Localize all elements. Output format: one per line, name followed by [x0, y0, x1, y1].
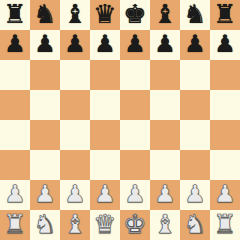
square-f6[interactable]: [150, 60, 180, 90]
square-d6[interactable]: [90, 60, 120, 90]
square-b1[interactable]: ♞: [30, 210, 60, 240]
white-pawn: ♟: [214, 182, 236, 206]
square-e7[interactable]: ♟: [120, 30, 150, 60]
square-c8[interactable]: ♝: [60, 0, 90, 30]
black-knight: ♞: [33, 1, 56, 27]
square-a1[interactable]: ♜: [0, 210, 30, 240]
square-g6[interactable]: [180, 60, 210, 90]
black-rook: ♜: [3, 1, 26, 27]
square-d2[interactable]: ♟: [90, 180, 120, 210]
white-pawn: ♟: [154, 182, 176, 206]
square-a5[interactable]: [0, 90, 30, 120]
black-pawn: ♟: [64, 32, 86, 56]
black-pawn: ♟: [94, 32, 116, 56]
square-d8[interactable]: ♛: [90, 0, 120, 30]
square-b6[interactable]: [30, 60, 60, 90]
square-a3[interactable]: [0, 150, 30, 180]
black-pawn: ♟: [34, 32, 56, 56]
black-pawn: ♟: [154, 32, 176, 56]
square-b7[interactable]: ♟: [30, 30, 60, 60]
white-knight: ♞: [33, 211, 56, 237]
square-e2[interactable]: ♟: [120, 180, 150, 210]
square-g5[interactable]: [180, 90, 210, 120]
black-pawn: ♟: [4, 32, 26, 56]
square-g8[interactable]: ♞: [180, 0, 210, 30]
white-knight: ♞: [183, 211, 206, 237]
square-g1[interactable]: ♞: [180, 210, 210, 240]
white-king: ♚: [123, 211, 146, 237]
square-h2[interactable]: ♟: [210, 180, 240, 210]
square-a6[interactable]: [0, 60, 30, 90]
square-f8[interactable]: ♝: [150, 0, 180, 30]
square-f1[interactable]: ♝: [150, 210, 180, 240]
square-e1[interactable]: ♚: [120, 210, 150, 240]
square-e4[interactable]: [120, 120, 150, 150]
black-knight: ♞: [183, 1, 206, 27]
square-c4[interactable]: [60, 120, 90, 150]
square-h5[interactable]: [210, 90, 240, 120]
black-pawn: ♟: [214, 32, 236, 56]
square-e5[interactable]: [120, 90, 150, 120]
square-h8[interactable]: ♜: [210, 0, 240, 30]
square-c7[interactable]: ♟: [60, 30, 90, 60]
white-pawn: ♟: [34, 182, 56, 206]
square-f3[interactable]: [150, 150, 180, 180]
square-b2[interactable]: ♟: [30, 180, 60, 210]
square-f4[interactable]: [150, 120, 180, 150]
square-h6[interactable]: [210, 60, 240, 90]
square-f2[interactable]: ♟: [150, 180, 180, 210]
square-d4[interactable]: [90, 120, 120, 150]
square-c2[interactable]: ♟: [60, 180, 90, 210]
white-pawn: ♟: [94, 182, 116, 206]
white-bishop: ♝: [63, 211, 86, 237]
white-rook: ♜: [3, 211, 26, 237]
square-d3[interactable]: [90, 150, 120, 180]
black-bishop: ♝: [153, 1, 176, 27]
square-a7[interactable]: ♟: [0, 30, 30, 60]
square-g4[interactable]: [180, 120, 210, 150]
square-a2[interactable]: ♟: [0, 180, 30, 210]
square-a4[interactable]: [0, 120, 30, 150]
square-d1[interactable]: ♛: [90, 210, 120, 240]
white-rook: ♜: [213, 211, 236, 237]
black-queen: ♛: [93, 1, 116, 27]
square-c6[interactable]: [60, 60, 90, 90]
square-d7[interactable]: ♟: [90, 30, 120, 60]
chess-board: ♜♞♝♛♚♝♞♜♟♟♟♟♟♟♟♟♟♟♟♟♟♟♟♟♜♞♝♛♚♝♞♜: [0, 0, 240, 240]
black-rook: ♜: [213, 1, 236, 27]
square-g7[interactable]: ♟: [180, 30, 210, 60]
black-pawn: ♟: [124, 32, 146, 56]
white-pawn: ♟: [64, 182, 86, 206]
black-bishop: ♝: [63, 1, 86, 27]
square-e8[interactable]: ♚: [120, 0, 150, 30]
square-f7[interactable]: ♟: [150, 30, 180, 60]
white-pawn: ♟: [4, 182, 26, 206]
square-b3[interactable]: [30, 150, 60, 180]
square-g3[interactable]: [180, 150, 210, 180]
square-h7[interactable]: ♟: [210, 30, 240, 60]
square-h1[interactable]: ♜: [210, 210, 240, 240]
square-h4[interactable]: [210, 120, 240, 150]
white-pawn: ♟: [124, 182, 146, 206]
black-pawn: ♟: [184, 32, 206, 56]
black-king: ♚: [123, 1, 146, 27]
square-e6[interactable]: [120, 60, 150, 90]
square-b4[interactable]: [30, 120, 60, 150]
square-g2[interactable]: ♟: [180, 180, 210, 210]
white-queen: ♛: [93, 211, 116, 237]
square-c1[interactable]: ♝: [60, 210, 90, 240]
square-a8[interactable]: ♜: [0, 0, 30, 30]
white-bishop: ♝: [153, 211, 176, 237]
square-c3[interactable]: [60, 150, 90, 180]
square-b5[interactable]: [30, 90, 60, 120]
square-e3[interactable]: [120, 150, 150, 180]
square-h3[interactable]: [210, 150, 240, 180]
square-c5[interactable]: [60, 90, 90, 120]
square-d5[interactable]: [90, 90, 120, 120]
square-b8[interactable]: ♞: [30, 0, 60, 30]
white-pawn: ♟: [184, 182, 206, 206]
square-f5[interactable]: [150, 90, 180, 120]
